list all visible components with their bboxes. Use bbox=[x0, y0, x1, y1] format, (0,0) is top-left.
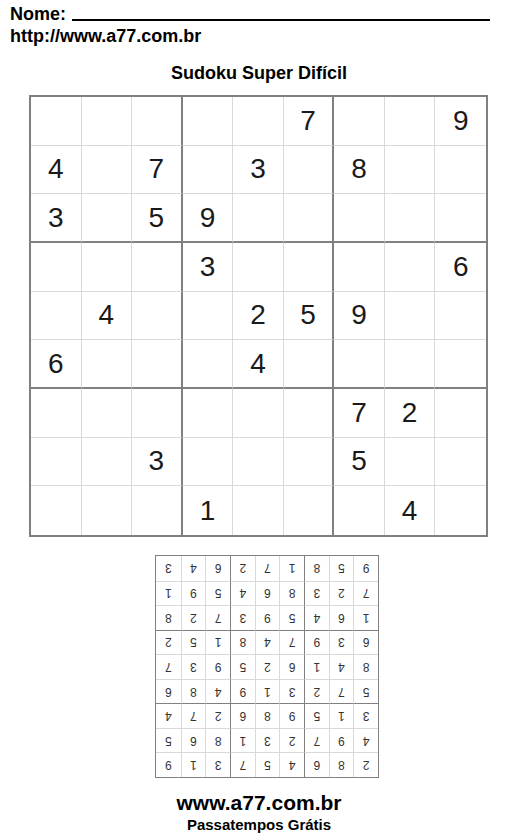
puzzle-cell-r7c5 bbox=[233, 389, 284, 438]
solution-cell-r4c5: 1 bbox=[255, 679, 280, 704]
solution-cell-r8c8: 9 bbox=[181, 581, 206, 606]
solution-cell-r3c9: 4 bbox=[156, 703, 181, 728]
puzzle-cell-r2c7: 8 bbox=[334, 146, 385, 195]
puzzle-cell-r9c1 bbox=[31, 486, 82, 535]
puzzle-cell-r6c3 bbox=[132, 340, 183, 389]
puzzle-cell-r6c7 bbox=[334, 340, 385, 389]
puzzle-cell-r2c3: 7 bbox=[132, 146, 183, 195]
solution-cell-r4c7: 4 bbox=[205, 679, 230, 704]
puzzle-cell-r5c2: 4 bbox=[82, 292, 133, 341]
puzzle-cell-r8c1 bbox=[31, 438, 82, 487]
puzzle-cell-r5c5: 2 bbox=[233, 292, 284, 341]
puzzle-cell-r8c7: 5 bbox=[334, 438, 385, 487]
solution-cell-r8c2: 2 bbox=[329, 581, 354, 606]
puzzle-cell-r5c9 bbox=[435, 292, 486, 341]
puzzle-cell-r2c8 bbox=[385, 146, 436, 195]
solution-cell-r2c6: 1 bbox=[230, 728, 255, 753]
puzzle-cell-r1c7 bbox=[334, 97, 385, 146]
solution-cell-r4c3: 2 bbox=[304, 679, 329, 704]
solution-cell-r5c8: 3 bbox=[181, 654, 206, 679]
puzzle-cell-r1c1 bbox=[31, 97, 82, 146]
puzzle-cell-r8c4 bbox=[183, 438, 234, 487]
puzzle-cell-r4c6 bbox=[284, 243, 335, 292]
solution-cell-r6c2: 3 bbox=[329, 630, 354, 655]
solution-cell-r6c3: 9 bbox=[304, 630, 329, 655]
puzzle-cell-r9c8: 4 bbox=[385, 486, 436, 535]
solution-cell-r2c5: 3 bbox=[255, 728, 280, 753]
solution-cell-r5c1: 8 bbox=[353, 654, 378, 679]
solution-cell-r7c5: 9 bbox=[255, 605, 280, 630]
solution-cell-r9c4: 1 bbox=[279, 556, 304, 581]
solution-cell-r2c7: 8 bbox=[205, 728, 230, 753]
puzzle-cell-r1c3 bbox=[132, 97, 183, 146]
solution-cell-r1c1: 2 bbox=[353, 752, 378, 777]
puzzle-cell-r7c1 bbox=[31, 389, 82, 438]
solution-cell-r4c6: 9 bbox=[230, 679, 255, 704]
solution-cell-r1c2: 8 bbox=[329, 752, 354, 777]
sudoku-solution-grid-rotated: 2864573194972318653159862745723194868416… bbox=[155, 555, 379, 778]
puzzle-cell-r6c6 bbox=[284, 340, 335, 389]
puzzle-cell-r8c6 bbox=[284, 438, 335, 487]
solution-cell-r9c5: 7 bbox=[255, 556, 280, 581]
puzzle-cell-r5c7: 9 bbox=[334, 292, 385, 341]
puzzle-cell-r3c5 bbox=[233, 194, 284, 243]
puzzle-cell-r4c7 bbox=[334, 243, 385, 292]
solution-cell-r3c7: 2 bbox=[205, 703, 230, 728]
solution-cell-r9c9: 3 bbox=[156, 556, 181, 581]
solution-cell-r3c3: 5 bbox=[304, 703, 329, 728]
solution-cell-r6c4: 7 bbox=[279, 630, 304, 655]
solution-cell-r9c6: 2 bbox=[230, 556, 255, 581]
puzzle-cell-r6c2 bbox=[82, 340, 133, 389]
solution-cell-r6c9: 2 bbox=[156, 630, 181, 655]
solution-cell-r1c6: 7 bbox=[230, 752, 255, 777]
solution-cell-r8c7: 5 bbox=[205, 581, 230, 606]
puzzle-cell-r9c2 bbox=[82, 486, 133, 535]
puzzle-cell-r6c8 bbox=[385, 340, 436, 389]
solution-cell-r6c6: 8 bbox=[230, 630, 255, 655]
puzzle-cell-r7c3 bbox=[132, 389, 183, 438]
puzzle-cell-r7c6 bbox=[284, 389, 335, 438]
solution-cell-r4c9: 6 bbox=[156, 679, 181, 704]
solution-cell-r7c9: 8 bbox=[156, 605, 181, 630]
solution-cell-r7c2: 6 bbox=[329, 605, 354, 630]
puzzle-title: Sudoku Super Difícil bbox=[0, 63, 518, 84]
puzzle-cell-r5c3 bbox=[132, 292, 183, 341]
solution-cell-r7c3: 4 bbox=[304, 605, 329, 630]
solution-cell-r8c5: 6 bbox=[255, 581, 280, 606]
puzzle-cell-r9c4: 1 bbox=[183, 486, 234, 535]
solution-cell-r4c2: 7 bbox=[329, 679, 354, 704]
puzzle-cell-r4c3 bbox=[132, 243, 183, 292]
solution-cell-r5c6: 5 bbox=[230, 654, 255, 679]
solution-cell-r1c4: 4 bbox=[279, 752, 304, 777]
puzzle-cell-r8c9 bbox=[435, 438, 486, 487]
solution-cell-r2c8: 6 bbox=[181, 728, 206, 753]
puzzle-cell-r8c3: 3 bbox=[132, 438, 183, 487]
puzzle-cell-r1c6: 7 bbox=[284, 97, 335, 146]
solution-cell-r3c1: 3 bbox=[353, 703, 378, 728]
puzzle-cell-r9c5 bbox=[233, 486, 284, 535]
solution-cell-r4c1: 5 bbox=[353, 679, 378, 704]
solution-cell-r2c4: 2 bbox=[279, 728, 304, 753]
puzzle-cell-r3c6 bbox=[284, 194, 335, 243]
puzzle-cell-r3c7 bbox=[334, 194, 385, 243]
puzzle-cell-r4c8 bbox=[385, 243, 436, 292]
solution-cell-r6c5: 4 bbox=[255, 630, 280, 655]
puzzle-cell-r9c3 bbox=[132, 486, 183, 535]
solution-cell-r5c4: 6 bbox=[279, 654, 304, 679]
solution-cell-r3c5: 8 bbox=[255, 703, 280, 728]
solution-cell-r8c6: 4 bbox=[230, 581, 255, 606]
footer-site-text: www.a77.com.br bbox=[0, 791, 518, 815]
site-url-text: http://www.a77.com.br bbox=[10, 26, 201, 47]
solution-cell-r9c1: 9 bbox=[353, 556, 378, 581]
solution-cell-r6c1: 6 bbox=[353, 630, 378, 655]
puzzle-cell-r1c5 bbox=[233, 97, 284, 146]
puzzle-cell-r8c5 bbox=[233, 438, 284, 487]
puzzle-cell-r3c9 bbox=[435, 194, 486, 243]
puzzle-cell-r2c5: 3 bbox=[233, 146, 284, 195]
puzzle-cell-r1c8 bbox=[385, 97, 436, 146]
puzzle-cell-r5c1 bbox=[31, 292, 82, 341]
puzzle-cell-r1c9: 9 bbox=[435, 97, 486, 146]
puzzle-cell-r9c9 bbox=[435, 486, 486, 535]
puzzle-cell-r4c4: 3 bbox=[183, 243, 234, 292]
puzzle-cell-r4c5 bbox=[233, 243, 284, 292]
solution-cell-r1c3: 6 bbox=[304, 752, 329, 777]
solution-cell-r9c7: 6 bbox=[205, 556, 230, 581]
solution-cell-r2c2: 9 bbox=[329, 728, 354, 753]
puzzle-cell-r7c9 bbox=[435, 389, 486, 438]
solution-cell-r7c8: 2 bbox=[181, 605, 206, 630]
solution-cell-r2c9: 5 bbox=[156, 728, 181, 753]
puzzle-cell-r7c8: 2 bbox=[385, 389, 436, 438]
solution-cell-r8c4: 8 bbox=[279, 581, 304, 606]
puzzle-cell-r2c2 bbox=[82, 146, 133, 195]
puzzle-cell-r4c2 bbox=[82, 243, 133, 292]
puzzle-cell-r6c1: 6 bbox=[31, 340, 82, 389]
solution-cell-r1c7: 3 bbox=[205, 752, 230, 777]
solution-cell-r9c8: 4 bbox=[181, 556, 206, 581]
solution-cell-r1c5: 5 bbox=[255, 752, 280, 777]
solution-cell-r5c7: 9 bbox=[205, 654, 230, 679]
solution-cell-r1c8: 1 bbox=[181, 752, 206, 777]
puzzle-cell-r4c1 bbox=[31, 243, 82, 292]
puzzle-cell-r8c8 bbox=[385, 438, 436, 487]
puzzle-cell-r3c4: 9 bbox=[183, 194, 234, 243]
puzzle-cell-r5c6: 5 bbox=[284, 292, 335, 341]
solution-cell-r8c1: 7 bbox=[353, 581, 378, 606]
solution-cell-r4c4: 3 bbox=[279, 679, 304, 704]
puzzle-cell-r9c7 bbox=[334, 486, 385, 535]
puzzle-cell-r7c2 bbox=[82, 389, 133, 438]
puzzle-cell-r1c2 bbox=[82, 97, 133, 146]
puzzle-cell-r6c4 bbox=[183, 340, 234, 389]
puzzle-cell-r9c6 bbox=[284, 486, 335, 535]
puzzle-cell-r2c1: 4 bbox=[31, 146, 82, 195]
puzzle-cell-r1c4 bbox=[183, 97, 234, 146]
solution-cell-r5c2: 4 bbox=[329, 654, 354, 679]
puzzle-cell-r2c4 bbox=[183, 146, 234, 195]
solution-cell-r8c9: 1 bbox=[156, 581, 181, 606]
puzzle-cell-r8c2 bbox=[82, 438, 133, 487]
puzzle-cell-r3c1: 3 bbox=[31, 194, 82, 243]
solution-cell-r3c6: 6 bbox=[230, 703, 255, 728]
puzzle-cell-r6c5: 4 bbox=[233, 340, 284, 389]
sudoku-puzzle-grid: 79473835936425964723514 bbox=[29, 95, 488, 537]
solution-cell-r3c4: 9 bbox=[279, 703, 304, 728]
solution-cell-r9c2: 5 bbox=[329, 556, 354, 581]
name-fill-line bbox=[72, 19, 490, 21]
puzzle-cell-r3c8 bbox=[385, 194, 436, 243]
solution-cell-r6c7: 1 bbox=[205, 630, 230, 655]
name-label: Nome: bbox=[10, 4, 66, 25]
solution-cell-r7c6: 3 bbox=[230, 605, 255, 630]
puzzle-cell-r3c3: 5 bbox=[132, 194, 183, 243]
solution-cell-r7c7: 7 bbox=[205, 605, 230, 630]
solution-cell-r5c9: 7 bbox=[156, 654, 181, 679]
puzzle-cell-r7c7: 7 bbox=[334, 389, 385, 438]
puzzle-cell-r7c4 bbox=[183, 389, 234, 438]
solution-cell-r4c8: 8 bbox=[181, 679, 206, 704]
solution-cell-r2c1: 4 bbox=[353, 728, 378, 753]
solution-cell-r3c8: 7 bbox=[181, 703, 206, 728]
footer-tagline-text: Passatempos Grátis bbox=[0, 816, 518, 833]
solution-cell-r8c3: 3 bbox=[304, 581, 329, 606]
solution-cell-r7c1: 1 bbox=[353, 605, 378, 630]
solution-cell-r7c4: 5 bbox=[279, 605, 304, 630]
solution-cell-r2c3: 7 bbox=[304, 728, 329, 753]
solution-cell-r5c3: 1 bbox=[304, 654, 329, 679]
solution-cell-r1c9: 9 bbox=[156, 752, 181, 777]
puzzle-cell-r2c6 bbox=[284, 146, 335, 195]
solution-cell-r5c5: 2 bbox=[255, 654, 280, 679]
solution-cell-r6c8: 5 bbox=[181, 630, 206, 655]
puzzle-cell-r4c9: 6 bbox=[435, 243, 486, 292]
puzzle-cell-r5c4 bbox=[183, 292, 234, 341]
puzzle-cell-r3c2 bbox=[82, 194, 133, 243]
solution-cell-r9c3: 8 bbox=[304, 556, 329, 581]
solution-cell-r3c2: 1 bbox=[329, 703, 354, 728]
puzzle-cell-r6c9 bbox=[435, 340, 486, 389]
puzzle-cell-r5c8 bbox=[385, 292, 436, 341]
puzzle-cell-r2c9 bbox=[435, 146, 486, 195]
